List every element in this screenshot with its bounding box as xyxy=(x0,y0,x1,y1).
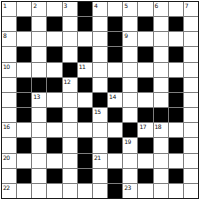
black-cell-r2c12 xyxy=(169,17,183,31)
cell-r3c9[interactable]: 9 xyxy=(123,32,137,46)
cell-r2c7[interactable] xyxy=(93,17,107,31)
black-cell-r6c6 xyxy=(78,78,92,92)
black-cell-r12c6 xyxy=(78,169,92,183)
clue-number-20: 20 xyxy=(3,154,10,161)
cell-r3c6[interactable] xyxy=(78,32,92,46)
black-cell-r3c8 xyxy=(108,32,122,46)
cell-r12c9[interactable] xyxy=(123,169,137,183)
cell-r2c1[interactable] xyxy=(2,17,16,31)
black-cell-r7c12 xyxy=(169,93,183,107)
black-cell-r2c10 xyxy=(138,17,152,31)
cell-r6c11[interactable] xyxy=(154,78,168,92)
cell-r5c4[interactable] xyxy=(47,63,61,77)
cell-r4c9[interactable] xyxy=(123,47,137,61)
cell-r10c11[interactable] xyxy=(154,138,168,152)
clue-number-3: 3 xyxy=(64,2,67,9)
cell-r11c12[interactable] xyxy=(169,154,183,168)
cell-r5c2[interactable] xyxy=(17,63,31,77)
black-cell-r11c6 xyxy=(78,154,92,168)
cell-r8c1[interactable] xyxy=(2,108,16,122)
black-cell-r4c8 xyxy=(108,47,122,61)
cell-r11c11[interactable] xyxy=(154,154,168,168)
cell-r3c3[interactable] xyxy=(32,32,46,46)
clue-number-23: 23 xyxy=(124,184,131,191)
cell-r13c13[interactable] xyxy=(184,184,198,198)
cell-r1c13[interactable]: 7 xyxy=(184,2,198,16)
cell-r6c13[interactable] xyxy=(184,78,198,92)
cell-r13c10[interactable] xyxy=(138,184,152,198)
black-cell-r10c8 xyxy=(108,138,122,152)
cell-r2c5[interactable] xyxy=(63,17,77,31)
cell-r1c1[interactable]: 1 xyxy=(2,2,16,16)
cell-r7c5[interactable] xyxy=(63,93,77,107)
cell-r8c13[interactable] xyxy=(184,108,198,122)
crossword-board: 1234567891011121314151617181920212223 xyxy=(1,1,199,199)
cell-r8c5[interactable] xyxy=(63,108,77,122)
black-cell-r6c10 xyxy=(138,78,152,92)
black-cell-r12c4 xyxy=(47,169,61,183)
cell-r1c4[interactable] xyxy=(47,2,61,16)
cell-r3c1[interactable]: 8 xyxy=(2,32,16,46)
cell-r7c11[interactable] xyxy=(154,93,168,107)
cell-r13c1[interactable]: 22 xyxy=(2,184,16,198)
cell-r5c3[interactable] xyxy=(32,63,46,77)
cell-r9c8[interactable] xyxy=(108,123,122,137)
cell-r13c11[interactable] xyxy=(154,184,168,198)
cell-r13c12[interactable] xyxy=(169,184,183,198)
black-cell-r8c6 xyxy=(78,108,92,122)
clue-number-15: 15 xyxy=(94,108,101,115)
cell-r7c8[interactable]: 14 xyxy=(108,93,122,107)
cell-r11c7[interactable]: 21 xyxy=(93,154,107,168)
cell-r1c3[interactable]: 2 xyxy=(32,2,46,16)
cell-r5c7[interactable] xyxy=(93,63,107,77)
cell-r13c9[interactable]: 23 xyxy=(123,184,137,198)
black-cell-r8c8 xyxy=(108,108,122,122)
black-cell-r4c12 xyxy=(169,47,183,61)
clue-number-22: 22 xyxy=(3,184,10,191)
cell-r3c7[interactable] xyxy=(93,32,107,46)
cell-r4c3[interactable] xyxy=(32,47,46,61)
cell-r1c8[interactable] xyxy=(108,2,122,16)
black-cell-r2c8 xyxy=(108,17,122,31)
cell-r9c10[interactable]: 17 xyxy=(138,123,152,137)
cell-r9c3[interactable] xyxy=(32,123,46,137)
clue-number-13: 13 xyxy=(33,93,40,100)
black-cell-r4c2 xyxy=(17,47,31,61)
cell-r10c5[interactable] xyxy=(63,138,77,152)
clue-number-5: 5 xyxy=(124,2,127,9)
black-cell-r8c11 xyxy=(154,108,168,122)
cell-r6c7[interactable] xyxy=(93,78,107,92)
cell-r4c5[interactable] xyxy=(63,47,77,61)
cell-r12c1[interactable] xyxy=(2,169,16,183)
cell-r6c9[interactable] xyxy=(123,78,137,92)
cell-r5c8[interactable] xyxy=(108,63,122,77)
cell-r13c4[interactable] xyxy=(47,184,61,198)
black-cell-r10c4 xyxy=(47,138,61,152)
cell-r13c6[interactable] xyxy=(78,184,92,198)
cell-r1c11[interactable]: 6 xyxy=(154,2,168,16)
cell-r7c4[interactable] xyxy=(47,93,61,107)
cell-r7c13[interactable] xyxy=(184,93,198,107)
cell-r7c6[interactable] xyxy=(78,93,92,107)
clue-number-2: 2 xyxy=(33,2,36,9)
clue-number-8: 8 xyxy=(3,32,6,39)
cell-r5c13[interactable] xyxy=(184,63,198,77)
cell-r11c3[interactable] xyxy=(32,154,46,168)
cell-r12c5[interactable] xyxy=(63,169,77,183)
cell-r6c1[interactable] xyxy=(2,78,16,92)
cell-r6c5[interactable]: 12 xyxy=(63,78,77,92)
clue-number-14: 14 xyxy=(109,93,116,100)
cell-r1c9[interactable]: 5 xyxy=(123,2,137,16)
cell-r9c2[interactable] xyxy=(17,123,31,137)
cell-r5c11[interactable] xyxy=(154,63,168,77)
black-cell-r7c7 xyxy=(93,93,107,107)
clue-number-16: 16 xyxy=(3,123,10,130)
cell-r7c1[interactable] xyxy=(2,93,16,107)
black-cell-r6c8 xyxy=(108,78,122,92)
cell-r4c11[interactable] xyxy=(154,47,168,61)
cell-r8c3[interactable] xyxy=(32,108,46,122)
black-cell-r12c2 xyxy=(17,169,31,183)
black-cell-r12c8 xyxy=(108,169,122,183)
cell-r2c11[interactable] xyxy=(154,17,168,31)
cell-r10c7[interactable] xyxy=(93,138,107,152)
black-cell-r4c10 xyxy=(138,47,152,61)
clue-number-7: 7 xyxy=(185,2,188,9)
cell-r11c4[interactable] xyxy=(47,154,61,168)
cell-r1c7[interactable]: 4 xyxy=(93,2,107,16)
cell-r12c3[interactable] xyxy=(32,169,46,183)
cell-r10c9[interactable]: 19 xyxy=(123,138,137,152)
cell-r5c10[interactable] xyxy=(138,63,152,77)
cell-r5c9[interactable] xyxy=(123,63,137,77)
clue-number-19: 19 xyxy=(124,138,131,145)
cell-r11c10[interactable] xyxy=(138,154,152,168)
clue-number-18: 18 xyxy=(155,123,162,130)
clue-number-9: 9 xyxy=(124,32,127,39)
cell-r7c9[interactable] xyxy=(123,93,137,107)
black-cell-r2c4 xyxy=(47,17,61,31)
cell-r1c2[interactable] xyxy=(17,2,31,16)
black-cell-r10c12 xyxy=(169,138,183,152)
cell-r12c7[interactable] xyxy=(93,169,107,183)
cell-r2c9[interactable] xyxy=(123,17,137,31)
cell-r3c10[interactable] xyxy=(138,32,152,46)
cell-r12c13[interactable] xyxy=(184,169,198,183)
black-cell-r5c5 xyxy=(63,63,77,77)
cell-r9c4[interactable] xyxy=(47,123,61,137)
cell-r1c10[interactable] xyxy=(138,2,152,16)
black-cell-r6c4 xyxy=(47,78,61,92)
cell-r11c13[interactable] xyxy=(184,154,198,168)
black-cell-r12c12 xyxy=(169,169,183,183)
black-cell-r8c2 xyxy=(17,108,31,122)
black-cell-r6c12 xyxy=(169,78,183,92)
black-cell-r8c12 xyxy=(169,108,183,122)
black-cell-r6c2 xyxy=(17,78,31,92)
cell-r11c1[interactable]: 20 xyxy=(2,154,16,168)
cell-r9c1[interactable]: 16 xyxy=(2,123,16,137)
black-cell-r1c6 xyxy=(78,2,92,16)
cell-r4c1[interactable] xyxy=(2,47,16,61)
cell-r9c12[interactable] xyxy=(169,123,183,137)
cell-r13c5[interactable] xyxy=(63,184,77,198)
cell-r5c12[interactable] xyxy=(169,63,183,77)
cell-r5c6[interactable]: 11 xyxy=(78,63,92,77)
clue-number-17: 17 xyxy=(139,123,146,130)
cell-r11c9[interactable] xyxy=(123,154,137,168)
cell-r9c5[interactable] xyxy=(63,123,77,137)
cell-r11c5[interactable] xyxy=(63,154,77,168)
cell-r3c4[interactable] xyxy=(47,32,61,46)
cell-r10c13[interactable] xyxy=(184,138,198,152)
cell-r3c13[interactable] xyxy=(184,32,198,46)
cell-r2c13[interactable] xyxy=(184,17,198,31)
clue-number-4: 4 xyxy=(94,2,97,9)
cell-r5c1[interactable]: 10 xyxy=(2,63,16,77)
black-cell-r12c10 xyxy=(138,169,152,183)
cell-r1c12[interactable] xyxy=(169,2,183,16)
cell-r4c13[interactable] xyxy=(184,47,198,61)
cell-r13c7[interactable] xyxy=(93,184,107,198)
black-cell-r9c9 xyxy=(123,123,137,137)
cell-r9c7[interactable] xyxy=(93,123,107,137)
cell-r8c7[interactable]: 15 xyxy=(93,108,107,122)
cell-r9c11[interactable]: 18 xyxy=(154,123,168,137)
cell-r11c2[interactable] xyxy=(17,154,31,168)
clue-number-10: 10 xyxy=(3,63,10,70)
black-cell-r2c6 xyxy=(78,17,92,31)
cell-r3c12[interactable] xyxy=(169,32,183,46)
clue-number-1: 1 xyxy=(3,2,6,9)
cell-r12c11[interactable] xyxy=(154,169,168,183)
cell-r11c8[interactable] xyxy=(108,154,122,168)
black-cell-r6c3 xyxy=(32,78,46,92)
black-cell-r10c10 xyxy=(138,138,152,152)
cell-r3c5[interactable] xyxy=(63,32,77,46)
cell-r4c7[interactable] xyxy=(93,47,107,61)
cell-r10c1[interactable] xyxy=(2,138,16,152)
crossword-page: 1234567891011121314151617181920212223 xyxy=(0,0,200,200)
cell-r8c9[interactable] xyxy=(123,108,137,122)
clue-number-12: 12 xyxy=(64,78,71,85)
clue-number-6: 6 xyxy=(155,2,158,9)
cell-r3c11[interactable] xyxy=(154,32,168,46)
black-cell-r4c6 xyxy=(78,47,92,61)
cell-r3c2[interactable] xyxy=(17,32,31,46)
black-cell-r4c4 xyxy=(47,47,61,61)
cell-r13c2[interactable] xyxy=(17,184,31,198)
black-cell-r10c6 xyxy=(78,138,92,152)
cell-r9c13[interactable] xyxy=(184,123,198,137)
cell-r2c3[interactable] xyxy=(32,17,46,31)
cell-r13c3[interactable] xyxy=(32,184,46,198)
black-cell-r7c2 xyxy=(17,93,31,107)
cell-r9c6[interactable] xyxy=(78,123,92,137)
black-cell-r10c2 xyxy=(17,138,31,152)
black-cell-r13c8 xyxy=(108,184,122,198)
black-cell-r8c4 xyxy=(47,108,61,122)
clue-number-21: 21 xyxy=(94,154,101,161)
cell-r1c5[interactable]: 3 xyxy=(63,2,77,16)
black-cell-r2c2 xyxy=(17,17,31,31)
cell-r7c3[interactable]: 13 xyxy=(32,93,46,107)
cell-r10c3[interactable] xyxy=(32,138,46,152)
black-cell-r8c10 xyxy=(138,108,152,122)
cell-r7c10[interactable] xyxy=(138,93,152,107)
clue-number-11: 11 xyxy=(79,63,86,70)
